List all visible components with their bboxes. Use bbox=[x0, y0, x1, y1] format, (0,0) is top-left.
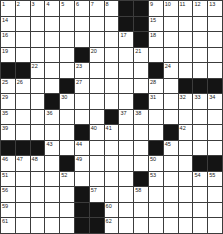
clue-number: 18 bbox=[150, 32, 156, 38]
clue-number: 33 bbox=[194, 94, 200, 100]
cell-r13c13[interactable] bbox=[179, 187, 194, 203]
cell-r10c10[interactable] bbox=[134, 141, 149, 157]
cell-r3c15[interactable] bbox=[208, 32, 223, 48]
cell-r15c4[interactable] bbox=[45, 218, 60, 234]
clue-number: 22 bbox=[32, 63, 38, 69]
cell-r5c14[interactable] bbox=[193, 63, 208, 79]
clue-number: 7 bbox=[91, 1, 94, 7]
cell-r3c9[interactable]: 17 bbox=[119, 32, 134, 48]
clue-number: 15 bbox=[150, 17, 156, 23]
cell-r8c14[interactable] bbox=[193, 110, 208, 126]
clue-number: 5 bbox=[61, 1, 64, 7]
cell-r2c4[interactable] bbox=[45, 17, 60, 33]
cell-r11c3[interactable]: 48 bbox=[31, 156, 46, 172]
cell-r4c8[interactable] bbox=[105, 48, 120, 64]
cell-r11c11[interactable]: 50 bbox=[149, 156, 164, 172]
cell-r11c6[interactable]: 49 bbox=[75, 156, 90, 172]
cell-r9c4[interactable] bbox=[45, 125, 60, 141]
cell-r6c11[interactable]: 28 bbox=[149, 79, 164, 95]
cell-r8c15[interactable] bbox=[208, 110, 223, 126]
cell-r12c1[interactable]: 51 bbox=[1, 172, 16, 188]
clue-number: 56 bbox=[2, 187, 8, 193]
clue-number: 47 bbox=[17, 156, 23, 162]
cell-r7c7[interactable] bbox=[90, 94, 105, 110]
clue-number: 36 bbox=[46, 110, 52, 116]
block-r7c4 bbox=[45, 94, 60, 110]
cell-r6c1[interactable]: 25 bbox=[1, 79, 16, 95]
clue-number: 14 bbox=[2, 17, 8, 23]
cell-r3c2[interactable] bbox=[16, 32, 31, 48]
cell-r10c6[interactable]: 44 bbox=[75, 141, 90, 157]
cell-r9c5[interactable] bbox=[60, 125, 75, 141]
clue-number: 4 bbox=[46, 1, 49, 7]
clue-number: 41 bbox=[106, 125, 112, 131]
cell-r5c6[interactable]: 23 bbox=[75, 63, 90, 79]
clue-number: 28 bbox=[150, 79, 156, 85]
cell-r5c8[interactable] bbox=[105, 63, 120, 79]
cell-r4c13[interactable] bbox=[179, 48, 194, 64]
block-r5c2 bbox=[16, 63, 31, 79]
cell-r13c15[interactable] bbox=[208, 187, 223, 203]
cell-r2c14[interactable] bbox=[193, 17, 208, 33]
cell-r12c8[interactable] bbox=[105, 172, 120, 188]
cell-r6c12[interactable] bbox=[164, 79, 179, 95]
cell-r1c3[interactable]: 3 bbox=[31, 1, 46, 17]
cell-r7c13[interactable]: 32 bbox=[179, 94, 194, 110]
clue-number: 48 bbox=[32, 156, 38, 162]
clue-number: 60 bbox=[106, 203, 112, 209]
cell-r3c3[interactable] bbox=[31, 32, 46, 48]
cell-r10c9[interactable] bbox=[119, 141, 134, 157]
cell-r12c15[interactable]: 55 bbox=[208, 172, 223, 188]
clue-number: 20 bbox=[91, 48, 97, 54]
cell-r3c4[interactable] bbox=[45, 32, 60, 48]
cell-r8c7[interactable] bbox=[90, 110, 105, 126]
cell-r1c14[interactable]: 12 bbox=[193, 1, 208, 17]
cell-r4c1[interactable]: 19 bbox=[1, 48, 16, 64]
block-r13c6 bbox=[75, 187, 90, 203]
cell-r4c9[interactable] bbox=[119, 48, 134, 64]
cell-r1c13[interactable]: 11 bbox=[179, 1, 194, 17]
block-r15c6 bbox=[75, 218, 90, 234]
cell-r4c7[interactable]: 20 bbox=[90, 48, 105, 64]
clue-number: 1 bbox=[2, 1, 5, 7]
crossword-grid: 1234567891011121314151617181920212223242… bbox=[0, 0, 223, 234]
cell-r3c6[interactable] bbox=[75, 32, 90, 48]
clue-number: 8 bbox=[106, 1, 109, 7]
cell-r7c2[interactable] bbox=[16, 94, 31, 110]
cell-r12c2[interactable] bbox=[16, 172, 31, 188]
cell-r13c12[interactable] bbox=[164, 187, 179, 203]
cell-r7c6[interactable] bbox=[75, 94, 90, 110]
cell-r13c8[interactable] bbox=[105, 187, 120, 203]
clue-number: 43 bbox=[46, 141, 52, 147]
cell-r8c5[interactable] bbox=[60, 110, 75, 126]
cell-r1c11[interactable]: 9 bbox=[149, 1, 164, 17]
clue-number: 50 bbox=[150, 156, 156, 162]
clue-number: 25 bbox=[2, 79, 8, 85]
cell-r10c4[interactable]: 43 bbox=[45, 141, 60, 157]
block-r1c10 bbox=[134, 1, 149, 17]
cell-r13c7[interactable]: 57 bbox=[90, 187, 105, 203]
cell-r2c7[interactable] bbox=[90, 17, 105, 33]
cell-r7c12[interactable] bbox=[164, 94, 179, 110]
cell-r7c11[interactable]: 31 bbox=[149, 94, 164, 110]
cell-r15c8[interactable]: 62 bbox=[105, 218, 120, 234]
clue-number: 17 bbox=[120, 32, 126, 38]
block-r10c3 bbox=[31, 141, 46, 157]
cell-r8c9[interactable]: 37 bbox=[119, 110, 134, 126]
cell-r8c4[interactable]: 36 bbox=[45, 110, 60, 126]
clue-number: 37 bbox=[120, 110, 126, 116]
cell-r4c2[interactable] bbox=[16, 48, 31, 64]
clue-number: 35 bbox=[2, 110, 8, 116]
cell-r15c3[interactable] bbox=[31, 218, 46, 234]
cell-r11c9[interactable] bbox=[119, 156, 134, 172]
cell-r12c13[interactable] bbox=[179, 172, 194, 188]
cell-r1c5[interactable]: 5 bbox=[60, 1, 75, 17]
cell-r5c4[interactable] bbox=[45, 63, 60, 79]
cell-r12c9[interactable] bbox=[119, 172, 134, 188]
clue-number: 44 bbox=[76, 141, 82, 147]
block-r12c10 bbox=[134, 172, 149, 188]
block-r15c7 bbox=[90, 218, 105, 234]
clue-number: 21 bbox=[135, 48, 141, 54]
cell-r1c1[interactable]: 1 bbox=[1, 1, 16, 17]
block-r9c6 bbox=[75, 125, 90, 141]
cell-r10c8[interactable] bbox=[105, 141, 120, 157]
cell-r11c1[interactable]: 46 bbox=[1, 156, 16, 172]
clue-number: 10 bbox=[165, 1, 171, 7]
clue-number: 39 bbox=[2, 125, 8, 131]
cell-r1c15[interactable]: 13 bbox=[208, 1, 223, 17]
block-r2c10 bbox=[134, 17, 149, 33]
block-r4c6 bbox=[75, 48, 90, 64]
cell-r14c1[interactable]: 59 bbox=[1, 203, 16, 219]
cell-r10c5[interactable] bbox=[60, 141, 75, 157]
cell-r14c12[interactable] bbox=[164, 203, 179, 219]
cell-r9c3[interactable] bbox=[31, 125, 46, 141]
cell-r10c12[interactable]: 45 bbox=[164, 141, 179, 157]
cell-r5c9[interactable] bbox=[119, 63, 134, 79]
cell-r14c11[interactable] bbox=[149, 203, 164, 219]
cell-r8c3[interactable] bbox=[31, 110, 46, 126]
cell-r12c3[interactable] bbox=[31, 172, 46, 188]
cell-r4c3[interactable] bbox=[31, 48, 46, 64]
block-r10c11 bbox=[149, 141, 164, 157]
cell-r1c12[interactable]: 10 bbox=[164, 1, 179, 17]
cell-r15c13[interactable] bbox=[179, 218, 194, 234]
cell-r8c6[interactable] bbox=[75, 110, 90, 126]
cell-r7c8[interactable] bbox=[105, 94, 120, 110]
cell-r1c4[interactable]: 4 bbox=[45, 1, 60, 17]
clue-number: 61 bbox=[2, 218, 8, 224]
cell-r4c11[interactable] bbox=[149, 48, 164, 64]
cell-r11c8[interactable] bbox=[105, 156, 120, 172]
cell-r5c13[interactable] bbox=[179, 63, 194, 79]
cell-r5c3[interactable]: 22 bbox=[31, 63, 46, 79]
block-r5c1 bbox=[1, 63, 16, 79]
cell-r4c14[interactable] bbox=[193, 48, 208, 64]
cell-r10c7[interactable] bbox=[90, 141, 105, 157]
clue-number: 24 bbox=[165, 63, 171, 69]
cell-r13c3[interactable] bbox=[31, 187, 46, 203]
block-r7c10 bbox=[134, 94, 149, 110]
cell-r14c15[interactable] bbox=[208, 203, 223, 219]
cell-r2c3[interactable] bbox=[31, 17, 46, 33]
cell-r3c14[interactable] bbox=[193, 32, 208, 48]
cell-r11c12[interactable] bbox=[164, 156, 179, 172]
cell-r13c11[interactable] bbox=[149, 187, 164, 203]
cell-r3c13[interactable] bbox=[179, 32, 194, 48]
cell-r14c8[interactable]: 60 bbox=[105, 203, 120, 219]
cell-r14c9[interactable] bbox=[119, 203, 134, 219]
cell-r14c2[interactable] bbox=[16, 203, 31, 219]
clue-number: 51 bbox=[2, 172, 8, 178]
cell-r10c15[interactable] bbox=[208, 141, 223, 157]
clue-number: 59 bbox=[2, 203, 8, 209]
cell-r7c9[interactable] bbox=[119, 94, 134, 110]
cell-r11c10[interactable] bbox=[134, 156, 149, 172]
cell-r6c8[interactable] bbox=[105, 79, 120, 95]
block-r3c10 bbox=[134, 32, 149, 48]
cell-r3c1[interactable]: 16 bbox=[1, 32, 16, 48]
cell-r1c8[interactable]: 8 bbox=[105, 1, 120, 17]
cell-r4c12[interactable] bbox=[164, 48, 179, 64]
cell-r7c3[interactable] bbox=[31, 94, 46, 110]
clue-number: 34 bbox=[209, 94, 215, 100]
cell-r11c13[interactable] bbox=[179, 156, 194, 172]
clue-number: 19 bbox=[2, 48, 8, 54]
cell-r14c13[interactable] bbox=[179, 203, 194, 219]
clue-number: 11 bbox=[180, 1, 186, 7]
cell-r3c5[interactable] bbox=[60, 32, 75, 48]
cell-r9c10[interactable] bbox=[134, 125, 149, 141]
cell-r14c14[interactable] bbox=[193, 203, 208, 219]
cell-r9c1[interactable]: 39 bbox=[1, 125, 16, 141]
cell-r4c10[interactable]: 21 bbox=[134, 48, 149, 64]
cell-r6c7[interactable] bbox=[90, 79, 105, 95]
cell-r3c8[interactable] bbox=[105, 32, 120, 48]
cell-r15c1[interactable]: 61 bbox=[1, 218, 16, 234]
block-r11c14 bbox=[193, 156, 208, 172]
clue-number: 27 bbox=[76, 79, 82, 85]
cell-r8c2[interactable] bbox=[16, 110, 31, 126]
cell-r15c15[interactable] bbox=[208, 218, 223, 234]
cell-r9c9[interactable] bbox=[119, 125, 134, 141]
cell-r12c12[interactable] bbox=[164, 172, 179, 188]
cell-r9c13[interactable]: 42 bbox=[179, 125, 194, 141]
cell-r2c13[interactable] bbox=[179, 17, 194, 33]
cell-r15c5[interactable] bbox=[60, 218, 75, 234]
cell-r7c5[interactable]: 30 bbox=[60, 94, 75, 110]
cell-r1c2[interactable]: 2 bbox=[16, 1, 31, 17]
block-r1c9 bbox=[119, 1, 134, 17]
cell-r6c3[interactable] bbox=[31, 79, 46, 95]
cell-r10c14[interactable] bbox=[193, 141, 208, 157]
cell-r13c1[interactable]: 56 bbox=[1, 187, 16, 203]
block-r10c2 bbox=[16, 141, 31, 157]
cell-r13c14[interactable] bbox=[193, 187, 208, 203]
cell-r11c2[interactable]: 47 bbox=[16, 156, 31, 172]
cell-r12c11[interactable]: 53 bbox=[149, 172, 164, 188]
cell-r14c3[interactable] bbox=[31, 203, 46, 219]
block-r5c11 bbox=[149, 63, 164, 79]
cell-r14c5[interactable] bbox=[60, 203, 75, 219]
cell-r9c8[interactable]: 41 bbox=[105, 125, 120, 141]
clue-number: 49 bbox=[76, 156, 82, 162]
clue-number: 23 bbox=[76, 63, 82, 69]
block-r2c9 bbox=[119, 17, 134, 33]
cell-r8c12[interactable] bbox=[164, 110, 179, 126]
cell-r1c6[interactable]: 6 bbox=[75, 1, 90, 17]
clue-number: 12 bbox=[194, 1, 200, 7]
cell-r2c5[interactable] bbox=[60, 17, 75, 33]
cell-r11c4[interactable] bbox=[45, 156, 60, 172]
block-r6c13 bbox=[179, 79, 194, 95]
cell-r8c10[interactable]: 38 bbox=[134, 110, 149, 126]
cell-r13c2[interactable] bbox=[16, 187, 31, 203]
cell-r5c15[interactable] bbox=[208, 63, 223, 79]
cell-r2c12[interactable] bbox=[164, 17, 179, 33]
cell-r4c4[interactable] bbox=[45, 48, 60, 64]
cell-r12c6[interactable] bbox=[75, 172, 90, 188]
block-r11c15 bbox=[208, 156, 223, 172]
clue-number: 16 bbox=[2, 32, 8, 38]
clue-number: 38 bbox=[135, 110, 141, 116]
cell-r13c5[interactable] bbox=[60, 187, 75, 203]
cell-r9c14[interactable] bbox=[193, 125, 208, 141]
cell-r5c10[interactable] bbox=[134, 63, 149, 79]
cell-r5c5[interactable] bbox=[60, 63, 75, 79]
block-r9c12 bbox=[164, 125, 179, 141]
cell-r9c2[interactable] bbox=[16, 125, 31, 141]
cell-r13c4[interactable] bbox=[45, 187, 60, 203]
clue-number: 55 bbox=[209, 172, 215, 178]
cell-r12c5[interactable]: 52 bbox=[60, 172, 75, 188]
cell-r4c15[interactable] bbox=[208, 48, 223, 64]
cell-r2c6[interactable] bbox=[75, 17, 90, 33]
clue-number: 13 bbox=[209, 1, 215, 7]
cell-r12c7[interactable] bbox=[90, 172, 105, 188]
cell-r2c8[interactable] bbox=[105, 17, 120, 33]
clue-number: 45 bbox=[165, 141, 171, 147]
cell-r15c14[interactable] bbox=[193, 218, 208, 234]
cell-r15c12[interactable] bbox=[164, 218, 179, 234]
cell-r15c11[interactable] bbox=[149, 218, 164, 234]
block-r14c7 bbox=[90, 203, 105, 219]
clue-number: 57 bbox=[91, 187, 97, 193]
cell-r8c11[interactable] bbox=[149, 110, 164, 126]
block-r10c1 bbox=[1, 141, 16, 157]
cell-r13c10[interactable]: 58 bbox=[134, 187, 149, 203]
clue-number: 30 bbox=[61, 94, 67, 100]
cell-r9c15[interactable] bbox=[208, 125, 223, 141]
cell-r10c13[interactable] bbox=[179, 141, 194, 157]
cell-r12c4[interactable] bbox=[45, 172, 60, 188]
block-r14c6 bbox=[75, 203, 90, 219]
cell-r7c15[interactable]: 34 bbox=[208, 94, 223, 110]
cell-r15c10[interactable] bbox=[134, 218, 149, 234]
clue-number: 3 bbox=[32, 1, 35, 7]
cell-r1c7[interactable]: 7 bbox=[90, 1, 105, 17]
cell-r5c7[interactable] bbox=[90, 63, 105, 79]
block-r6c14 bbox=[193, 79, 208, 95]
cell-r3c12[interactable] bbox=[164, 32, 179, 48]
clue-number: 54 bbox=[194, 172, 200, 178]
clue-number: 31 bbox=[150, 94, 156, 100]
cell-r6c10[interactable] bbox=[134, 79, 149, 95]
clue-number: 9 bbox=[150, 1, 153, 7]
cell-r11c7[interactable] bbox=[90, 156, 105, 172]
cell-r9c7[interactable]: 40 bbox=[90, 125, 105, 141]
cell-r2c15[interactable] bbox=[208, 17, 223, 33]
block-r8c8 bbox=[105, 110, 120, 126]
cell-r13c9[interactable] bbox=[119, 187, 134, 203]
cell-r12c14[interactable]: 54 bbox=[193, 172, 208, 188]
cell-r8c13[interactable] bbox=[179, 110, 194, 126]
cell-r2c11[interactable]: 15 bbox=[149, 17, 164, 33]
cell-r4c5[interactable] bbox=[60, 48, 75, 64]
cell-r7c14[interactable]: 33 bbox=[193, 94, 208, 110]
block-r6c15 bbox=[208, 79, 223, 95]
clue-number: 6 bbox=[76, 1, 79, 7]
clue-number: 32 bbox=[180, 94, 186, 100]
cell-r3c7[interactable] bbox=[90, 32, 105, 48]
cell-r2c1[interactable]: 14 bbox=[1, 17, 16, 33]
cell-r9c11[interactable] bbox=[149, 125, 164, 141]
cell-r5c12[interactable]: 24 bbox=[164, 63, 179, 79]
cell-r6c6[interactable]: 27 bbox=[75, 79, 90, 95]
clue-number: 52 bbox=[61, 172, 67, 178]
clue-number: 26 bbox=[17, 79, 23, 85]
clue-number: 46 bbox=[2, 156, 8, 162]
cell-r6c2[interactable]: 26 bbox=[16, 79, 31, 95]
clue-number: 40 bbox=[91, 125, 97, 131]
clue-number: 42 bbox=[180, 125, 186, 131]
cell-r6c4[interactable] bbox=[45, 79, 60, 95]
cell-r7c1[interactable]: 29 bbox=[1, 94, 16, 110]
cell-r14c10[interactable] bbox=[134, 203, 149, 219]
cell-r2c2[interactable] bbox=[16, 17, 31, 33]
clue-number: 2 bbox=[17, 1, 20, 7]
cell-r14c4[interactable] bbox=[45, 203, 60, 219]
cell-r15c9[interactable] bbox=[119, 218, 134, 234]
clue-number: 29 bbox=[2, 94, 8, 100]
block-r11c5 bbox=[60, 156, 75, 172]
cell-r6c9[interactable] bbox=[119, 79, 134, 95]
cell-r15c2[interactable] bbox=[16, 218, 31, 234]
block-r6c5 bbox=[60, 79, 75, 95]
cell-r8c1[interactable]: 35 bbox=[1, 110, 16, 126]
clue-number: 58 bbox=[135, 187, 141, 193]
clue-number: 53 bbox=[150, 172, 156, 178]
cell-r3c11[interactable]: 18 bbox=[149, 32, 164, 48]
clue-number: 62 bbox=[106, 218, 112, 224]
